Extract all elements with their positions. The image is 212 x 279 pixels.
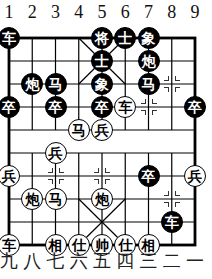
file-chinese-label: 五	[90, 250, 114, 272]
piece-red-cannon[interactable]: 炮	[91, 188, 113, 210]
piece-red-soldier[interactable]: 兵	[91, 119, 113, 141]
piece-black-chariot[interactable]: 车	[161, 211, 183, 233]
piece-black-elephant[interactable]: 象	[91, 73, 113, 95]
piece-red-soldier[interactable]: 兵	[45, 142, 67, 164]
piece-black-soldier[interactable]: 卒	[91, 96, 113, 118]
piece-red-soldier[interactable]: 兵	[184, 165, 206, 187]
file-chinese-label: 七	[44, 250, 68, 272]
piece-black-soldier[interactable]: 卒	[45, 96, 67, 118]
piece-black-horse[interactable]: 马	[45, 73, 67, 95]
file-chinese-label: 六	[67, 250, 91, 272]
piece-black-horse[interactable]: 马	[138, 73, 160, 95]
file-chinese-label: 二	[160, 250, 184, 272]
file-chinese-label: 三	[137, 250, 161, 272]
file-chinese-label: 八	[20, 250, 44, 272]
piece-black-advisor[interactable]: 士	[91, 50, 113, 72]
piece-black-cannon[interactable]: 炮	[138, 50, 160, 72]
xiangqi-board-diagram: 123456789	[0, 0, 212, 279]
file-chinese-label: 一	[183, 250, 207, 272]
piece-black-elephant[interactable]: 象	[138, 27, 160, 49]
piece-red-horse[interactable]: 马	[45, 188, 67, 210]
file-chinese-label: 四	[113, 250, 137, 272]
file-chinese-label: 九	[0, 250, 21, 272]
piece-black-general[interactable]: 将	[91, 27, 113, 49]
piece-black-soldier[interactable]: 卒	[184, 96, 206, 118]
piece-black-soldier[interactable]: 卒	[138, 165, 160, 187]
piece-red-horse[interactable]: 马	[68, 119, 90, 141]
